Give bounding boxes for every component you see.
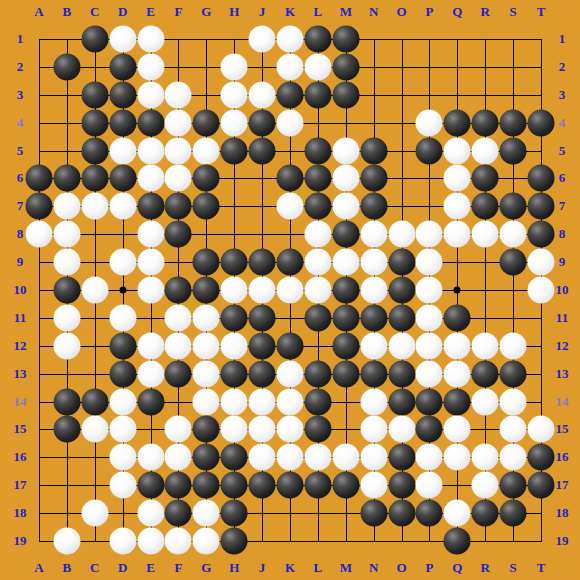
intersection-O19[interactable] xyxy=(388,527,416,555)
intersection-H17[interactable] xyxy=(220,471,248,499)
intersection-R9[interactable] xyxy=(471,248,499,276)
intersection-M11[interactable] xyxy=(332,304,360,332)
intersection-C4[interactable] xyxy=(81,109,109,137)
intersection-D1[interactable] xyxy=(109,25,137,53)
intersection-T10[interactable] xyxy=(527,276,555,304)
intersection-O11[interactable] xyxy=(388,304,416,332)
intersection-S8[interactable] xyxy=(499,220,527,248)
intersection-K6[interactable] xyxy=(276,164,304,192)
intersection-S4[interactable] xyxy=(499,109,527,137)
intersection-K17[interactable] xyxy=(276,471,304,499)
intersection-P14[interactable] xyxy=(415,388,443,416)
intersection-E8[interactable] xyxy=(137,220,165,248)
intersection-Q15[interactable] xyxy=(443,415,471,443)
intersection-G16[interactable] xyxy=(192,443,220,471)
intersection-Q12[interactable] xyxy=(443,332,471,360)
intersection-B14[interactable] xyxy=(53,388,81,416)
intersection-A6[interactable] xyxy=(25,164,53,192)
intersection-G15[interactable] xyxy=(192,415,220,443)
intersection-R18[interactable] xyxy=(471,499,499,527)
intersection-G6[interactable] xyxy=(192,164,220,192)
intersection-M2[interactable] xyxy=(332,53,360,81)
intersection-P19[interactable] xyxy=(415,527,443,555)
intersection-J3[interactable] xyxy=(248,81,276,109)
intersection-L13[interactable] xyxy=(304,360,332,388)
intersection-O18[interactable] xyxy=(388,499,416,527)
intersection-M1[interactable] xyxy=(332,25,360,53)
intersection-A19[interactable] xyxy=(25,527,53,555)
intersection-T5[interactable] xyxy=(527,137,555,165)
intersection-P7[interactable] xyxy=(415,192,443,220)
intersection-D9[interactable] xyxy=(109,248,137,276)
intersection-L3[interactable] xyxy=(304,81,332,109)
intersection-K14[interactable] xyxy=(276,388,304,416)
intersection-M4[interactable] xyxy=(332,109,360,137)
intersection-B10[interactable] xyxy=(53,276,81,304)
intersection-F10[interactable] xyxy=(164,276,192,304)
intersection-F19[interactable] xyxy=(164,527,192,555)
intersection-T4[interactable] xyxy=(527,109,555,137)
intersection-A3[interactable] xyxy=(25,81,53,109)
intersection-R2[interactable] xyxy=(471,53,499,81)
intersection-B2[interactable] xyxy=(53,53,81,81)
intersection-R16[interactable] xyxy=(471,443,499,471)
intersection-L2[interactable] xyxy=(304,53,332,81)
intersection-J6[interactable] xyxy=(248,164,276,192)
intersection-B5[interactable] xyxy=(53,137,81,165)
intersection-D17[interactable] xyxy=(109,471,137,499)
intersection-B8[interactable] xyxy=(53,220,81,248)
intersection-A17[interactable] xyxy=(25,471,53,499)
intersection-B7[interactable] xyxy=(53,192,81,220)
intersection-P8[interactable] xyxy=(415,220,443,248)
intersection-H19[interactable] xyxy=(220,527,248,555)
intersection-K16[interactable] xyxy=(276,443,304,471)
intersection-T12[interactable] xyxy=(527,332,555,360)
intersection-M16[interactable] xyxy=(332,443,360,471)
intersection-H18[interactable] xyxy=(220,499,248,527)
intersection-O7[interactable] xyxy=(388,192,416,220)
intersection-S15[interactable] xyxy=(499,415,527,443)
intersection-K5[interactable] xyxy=(276,137,304,165)
intersection-M9[interactable] xyxy=(332,248,360,276)
intersection-R17[interactable] xyxy=(471,471,499,499)
intersection-F11[interactable] xyxy=(164,304,192,332)
intersection-O8[interactable] xyxy=(388,220,416,248)
intersection-J19[interactable] xyxy=(248,527,276,555)
intersection-O15[interactable] xyxy=(388,415,416,443)
intersection-A18[interactable] xyxy=(25,499,53,527)
intersection-L19[interactable] xyxy=(304,527,332,555)
intersection-N17[interactable] xyxy=(360,471,388,499)
intersection-S16[interactable] xyxy=(499,443,527,471)
intersection-B17[interactable] xyxy=(53,471,81,499)
intersection-S10[interactable] xyxy=(499,276,527,304)
intersection-J5[interactable] xyxy=(248,137,276,165)
intersection-K4[interactable] xyxy=(276,109,304,137)
intersection-G3[interactable] xyxy=(192,81,220,109)
intersection-M15[interactable] xyxy=(332,415,360,443)
intersection-R6[interactable] xyxy=(471,164,499,192)
intersection-P9[interactable] xyxy=(415,248,443,276)
intersection-Q19[interactable] xyxy=(443,527,471,555)
intersection-F18[interactable] xyxy=(164,499,192,527)
intersection-D8[interactable] xyxy=(109,220,137,248)
intersection-T11[interactable] xyxy=(527,304,555,332)
intersection-S17[interactable] xyxy=(499,471,527,499)
intersection-D16[interactable] xyxy=(109,443,137,471)
intersection-G11[interactable] xyxy=(192,304,220,332)
intersection-N11[interactable] xyxy=(360,304,388,332)
intersection-B1[interactable] xyxy=(53,25,81,53)
intersection-F1[interactable] xyxy=(164,25,192,53)
intersection-C5[interactable] xyxy=(81,137,109,165)
intersection-F4[interactable] xyxy=(164,109,192,137)
intersection-H11[interactable] xyxy=(220,304,248,332)
intersection-E18[interactable] xyxy=(137,499,165,527)
intersection-J4[interactable] xyxy=(248,109,276,137)
intersection-P5[interactable] xyxy=(415,137,443,165)
intersection-A5[interactable] xyxy=(25,137,53,165)
intersection-K19[interactable] xyxy=(276,527,304,555)
intersection-B9[interactable] xyxy=(53,248,81,276)
intersection-D12[interactable] xyxy=(109,332,137,360)
intersection-D3[interactable] xyxy=(109,81,137,109)
intersection-N10[interactable] xyxy=(360,276,388,304)
intersection-L12[interactable] xyxy=(304,332,332,360)
intersection-G19[interactable] xyxy=(192,527,220,555)
intersection-R1[interactable] xyxy=(471,25,499,53)
intersection-J2[interactable] xyxy=(248,53,276,81)
intersection-L6[interactable] xyxy=(304,164,332,192)
intersection-T2[interactable] xyxy=(527,53,555,81)
intersection-L7[interactable] xyxy=(304,192,332,220)
intersection-C6[interactable] xyxy=(81,164,109,192)
intersection-O4[interactable] xyxy=(388,109,416,137)
intersection-E7[interactable] xyxy=(137,192,165,220)
intersection-D2[interactable] xyxy=(109,53,137,81)
intersection-G5[interactable] xyxy=(192,137,220,165)
intersection-L16[interactable] xyxy=(304,443,332,471)
intersection-H3[interactable] xyxy=(220,81,248,109)
intersection-C17[interactable] xyxy=(81,471,109,499)
intersection-Q14[interactable] xyxy=(443,388,471,416)
intersection-D7[interactable] xyxy=(109,192,137,220)
intersection-T9[interactable] xyxy=(527,248,555,276)
intersection-S6[interactable] xyxy=(499,164,527,192)
intersection-N1[interactable] xyxy=(360,25,388,53)
intersection-A7[interactable] xyxy=(25,192,53,220)
intersection-L8[interactable] xyxy=(304,220,332,248)
intersection-B18[interactable] xyxy=(53,499,81,527)
intersection-C14[interactable] xyxy=(81,388,109,416)
intersection-S13[interactable] xyxy=(499,360,527,388)
intersection-R7[interactable] xyxy=(471,192,499,220)
intersection-E2[interactable] xyxy=(137,53,165,81)
intersection-P2[interactable] xyxy=(415,53,443,81)
intersection-E6[interactable] xyxy=(137,164,165,192)
intersection-A1[interactable] xyxy=(25,25,53,53)
intersection-J7[interactable] xyxy=(248,192,276,220)
intersection-M19[interactable] xyxy=(332,527,360,555)
intersection-B6[interactable] xyxy=(53,164,81,192)
intersection-C8[interactable] xyxy=(81,220,109,248)
intersection-S9[interactable] xyxy=(499,248,527,276)
intersection-H14[interactable] xyxy=(220,388,248,416)
intersection-Q3[interactable] xyxy=(443,81,471,109)
intersection-R10[interactable] xyxy=(471,276,499,304)
intersection-D5[interactable] xyxy=(109,137,137,165)
intersection-S5[interactable] xyxy=(499,137,527,165)
intersection-S11[interactable] xyxy=(499,304,527,332)
intersection-P3[interactable] xyxy=(415,81,443,109)
intersection-C7[interactable] xyxy=(81,192,109,220)
intersection-E13[interactable] xyxy=(137,360,165,388)
intersection-O5[interactable] xyxy=(388,137,416,165)
intersection-N16[interactable] xyxy=(360,443,388,471)
intersection-J14[interactable] xyxy=(248,388,276,416)
intersection-Q4[interactable] xyxy=(443,109,471,137)
intersection-C9[interactable] xyxy=(81,248,109,276)
intersection-K8[interactable] xyxy=(276,220,304,248)
intersection-A2[interactable] xyxy=(25,53,53,81)
intersection-B15[interactable] xyxy=(53,415,81,443)
intersection-Q6[interactable] xyxy=(443,164,471,192)
intersection-N6[interactable] xyxy=(360,164,388,192)
intersection-A10[interactable] xyxy=(25,276,53,304)
intersection-C15[interactable] xyxy=(81,415,109,443)
intersection-J13[interactable] xyxy=(248,360,276,388)
intersection-J17[interactable] xyxy=(248,471,276,499)
intersection-R12[interactable] xyxy=(471,332,499,360)
intersection-A12[interactable] xyxy=(25,332,53,360)
intersection-C19[interactable] xyxy=(81,527,109,555)
intersection-K18[interactable] xyxy=(276,499,304,527)
intersection-K3[interactable] xyxy=(276,81,304,109)
intersection-F17[interactable] xyxy=(164,471,192,499)
intersection-Q7[interactable] xyxy=(443,192,471,220)
intersection-O12[interactable] xyxy=(388,332,416,360)
intersection-P15[interactable] xyxy=(415,415,443,443)
intersection-Q1[interactable] xyxy=(443,25,471,53)
intersection-N14[interactable] xyxy=(360,388,388,416)
intersection-H12[interactable] xyxy=(220,332,248,360)
intersection-D18[interactable] xyxy=(109,499,137,527)
intersection-R3[interactable] xyxy=(471,81,499,109)
intersection-T19[interactable] xyxy=(527,527,555,555)
intersection-L11[interactable] xyxy=(304,304,332,332)
intersection-S7[interactable] xyxy=(499,192,527,220)
intersection-Q11[interactable] xyxy=(443,304,471,332)
intersection-E10[interactable] xyxy=(137,276,165,304)
intersection-J1[interactable] xyxy=(248,25,276,53)
intersection-M18[interactable] xyxy=(332,499,360,527)
intersection-K2[interactable] xyxy=(276,53,304,81)
intersection-A4[interactable] xyxy=(25,109,53,137)
intersection-J9[interactable] xyxy=(248,248,276,276)
intersection-O17[interactable] xyxy=(388,471,416,499)
intersection-R8[interactable] xyxy=(471,220,499,248)
intersection-H4[interactable] xyxy=(220,109,248,137)
intersection-J10[interactable] xyxy=(248,276,276,304)
intersection-T17[interactable] xyxy=(527,471,555,499)
intersection-E1[interactable] xyxy=(137,25,165,53)
intersection-F14[interactable] xyxy=(164,388,192,416)
intersection-T6[interactable] xyxy=(527,164,555,192)
intersection-G12[interactable] xyxy=(192,332,220,360)
intersection-P4[interactable] xyxy=(415,109,443,137)
intersection-M8[interactable] xyxy=(332,220,360,248)
intersection-P11[interactable] xyxy=(415,304,443,332)
intersection-J12[interactable] xyxy=(248,332,276,360)
intersection-L9[interactable] xyxy=(304,248,332,276)
intersection-Q16[interactable] xyxy=(443,443,471,471)
intersection-D4[interactable] xyxy=(109,109,137,137)
intersection-L10[interactable] xyxy=(304,276,332,304)
intersection-S18[interactable] xyxy=(499,499,527,527)
intersection-S19[interactable] xyxy=(499,527,527,555)
intersection-N7[interactable] xyxy=(360,192,388,220)
intersection-M5[interactable] xyxy=(332,137,360,165)
intersection-B3[interactable] xyxy=(53,81,81,109)
intersection-R5[interactable] xyxy=(471,137,499,165)
intersection-L18[interactable] xyxy=(304,499,332,527)
intersection-R13[interactable] xyxy=(471,360,499,388)
intersection-N3[interactable] xyxy=(360,81,388,109)
intersection-K11[interactable] xyxy=(276,304,304,332)
intersection-N19[interactable] xyxy=(360,527,388,555)
intersection-Q17[interactable] xyxy=(443,471,471,499)
intersection-K1[interactable] xyxy=(276,25,304,53)
intersection-E3[interactable] xyxy=(137,81,165,109)
intersection-C1[interactable] xyxy=(81,25,109,53)
intersection-L17[interactable] xyxy=(304,471,332,499)
intersection-Q5[interactable] xyxy=(443,137,471,165)
intersection-H2[interactable] xyxy=(220,53,248,81)
intersection-B13[interactable] xyxy=(53,360,81,388)
intersection-F3[interactable] xyxy=(164,81,192,109)
intersection-Q13[interactable] xyxy=(443,360,471,388)
intersection-S1[interactable] xyxy=(499,25,527,53)
intersection-T3[interactable] xyxy=(527,81,555,109)
intersection-H10[interactable] xyxy=(220,276,248,304)
intersection-E9[interactable] xyxy=(137,248,165,276)
intersection-E19[interactable] xyxy=(137,527,165,555)
intersection-K13[interactable] xyxy=(276,360,304,388)
intersection-A16[interactable] xyxy=(25,443,53,471)
intersection-H7[interactable] xyxy=(220,192,248,220)
intersection-L15[interactable] xyxy=(304,415,332,443)
intersection-Q2[interactable] xyxy=(443,53,471,81)
intersection-P6[interactable] xyxy=(415,164,443,192)
intersection-H6[interactable] xyxy=(220,164,248,192)
intersection-P17[interactable] xyxy=(415,471,443,499)
intersection-R19[interactable] xyxy=(471,527,499,555)
intersection-F2[interactable] xyxy=(164,53,192,81)
intersection-E12[interactable] xyxy=(137,332,165,360)
intersection-P1[interactable] xyxy=(415,25,443,53)
intersection-D14[interactable] xyxy=(109,388,137,416)
intersection-F16[interactable] xyxy=(164,443,192,471)
intersection-G17[interactable] xyxy=(192,471,220,499)
intersection-M7[interactable] xyxy=(332,192,360,220)
intersection-C12[interactable] xyxy=(81,332,109,360)
intersection-C10[interactable] xyxy=(81,276,109,304)
intersection-G2[interactable] xyxy=(192,53,220,81)
intersection-K7[interactable] xyxy=(276,192,304,220)
intersection-F13[interactable] xyxy=(164,360,192,388)
intersection-E5[interactable] xyxy=(137,137,165,165)
intersection-A14[interactable] xyxy=(25,388,53,416)
intersection-M10[interactable] xyxy=(332,276,360,304)
intersection-K10[interactable] xyxy=(276,276,304,304)
intersection-R11[interactable] xyxy=(471,304,499,332)
intersection-J16[interactable] xyxy=(248,443,276,471)
intersection-N5[interactable] xyxy=(360,137,388,165)
intersection-H1[interactable] xyxy=(220,25,248,53)
intersection-J15[interactable] xyxy=(248,415,276,443)
intersection-G14[interactable] xyxy=(192,388,220,416)
intersection-O9[interactable] xyxy=(388,248,416,276)
intersection-M3[interactable] xyxy=(332,81,360,109)
intersection-J8[interactable] xyxy=(248,220,276,248)
intersection-G18[interactable] xyxy=(192,499,220,527)
intersection-N15[interactable] xyxy=(360,415,388,443)
intersection-B4[interactable] xyxy=(53,109,81,137)
intersection-N18[interactable] xyxy=(360,499,388,527)
intersection-S2[interactable] xyxy=(499,53,527,81)
intersection-N13[interactable] xyxy=(360,360,388,388)
intersection-N8[interactable] xyxy=(360,220,388,248)
intersection-M17[interactable] xyxy=(332,471,360,499)
intersection-D13[interactable] xyxy=(109,360,137,388)
intersection-T8[interactable] xyxy=(527,220,555,248)
intersection-G7[interactable] xyxy=(192,192,220,220)
intersection-O16[interactable] xyxy=(388,443,416,471)
intersection-L5[interactable] xyxy=(304,137,332,165)
intersection-C13[interactable] xyxy=(81,360,109,388)
intersection-T14[interactable] xyxy=(527,388,555,416)
intersection-D19[interactable] xyxy=(109,527,137,555)
intersection-C11[interactable] xyxy=(81,304,109,332)
intersection-D15[interactable] xyxy=(109,415,137,443)
intersection-L1[interactable] xyxy=(304,25,332,53)
intersection-H5[interactable] xyxy=(220,137,248,165)
intersection-C18[interactable] xyxy=(81,499,109,527)
intersection-G1[interactable] xyxy=(192,25,220,53)
intersection-D6[interactable] xyxy=(109,164,137,192)
intersection-C3[interactable] xyxy=(81,81,109,109)
intersection-H13[interactable] xyxy=(220,360,248,388)
intersection-S3[interactable] xyxy=(499,81,527,109)
intersection-R14[interactable] xyxy=(471,388,499,416)
intersection-H9[interactable] xyxy=(220,248,248,276)
intersection-C2[interactable] xyxy=(81,53,109,81)
intersection-K15[interactable] xyxy=(276,415,304,443)
intersection-N9[interactable] xyxy=(360,248,388,276)
intersection-H16[interactable] xyxy=(220,443,248,471)
intersection-A13[interactable] xyxy=(25,360,53,388)
intersection-J11[interactable] xyxy=(248,304,276,332)
intersection-T16[interactable] xyxy=(527,443,555,471)
intersection-L4[interactable] xyxy=(304,109,332,137)
intersection-G13[interactable] xyxy=(192,360,220,388)
intersection-A9[interactable] xyxy=(25,248,53,276)
intersection-G8[interactable] xyxy=(192,220,220,248)
intersection-R15[interactable] xyxy=(471,415,499,443)
intersection-F8[interactable] xyxy=(164,220,192,248)
intersection-D11[interactable] xyxy=(109,304,137,332)
